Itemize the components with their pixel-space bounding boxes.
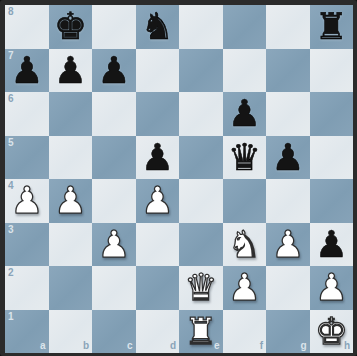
square-g7[interactable] xyxy=(266,49,310,93)
piece-black-pawn-g5[interactable]: ♟ xyxy=(266,136,310,180)
square-c4[interactable] xyxy=(92,179,136,223)
square-f6[interactable]: ♟ xyxy=(223,92,267,136)
square-g4[interactable] xyxy=(266,179,310,223)
piece-white-pawn-h2[interactable]: ♟ xyxy=(310,266,354,310)
piece-black-pawn-h3[interactable]: ♟ xyxy=(310,223,354,267)
square-e6[interactable] xyxy=(179,92,223,136)
piece-black-pawn-c7[interactable]: ♟ xyxy=(92,49,136,93)
square-d2[interactable] xyxy=(136,266,180,310)
rank-label-8: 8 xyxy=(8,7,14,17)
piece-white-pawn-f2[interactable]: ♟ xyxy=(223,266,267,310)
square-d6[interactable] xyxy=(136,92,180,136)
square-c5[interactable] xyxy=(92,136,136,180)
piece-black-pawn-b7[interactable]: ♟ xyxy=(49,49,93,93)
square-e4[interactable] xyxy=(179,179,223,223)
square-h2[interactable]: ♟ xyxy=(310,266,354,310)
square-a5[interactable]: 5 xyxy=(5,136,49,180)
rank-label-2: 2 xyxy=(8,268,14,278)
square-f3[interactable]: ♞ xyxy=(223,223,267,267)
square-c1[interactable]: c xyxy=(92,310,136,354)
square-f7[interactable] xyxy=(223,49,267,93)
piece-black-pawn-d5[interactable]: ♟ xyxy=(136,136,180,180)
square-a7[interactable]: 7♟ xyxy=(5,49,49,93)
file-label-g: g xyxy=(300,341,306,351)
square-c6[interactable] xyxy=(92,92,136,136)
square-g6[interactable] xyxy=(266,92,310,136)
piece-black-queen-f5[interactable]: ♛ xyxy=(223,136,267,180)
square-d3[interactable] xyxy=(136,223,180,267)
square-g8[interactable] xyxy=(266,5,310,49)
square-b7[interactable]: ♟ xyxy=(49,49,93,93)
piece-white-king-h1[interactable]: ♚ xyxy=(310,310,354,354)
piece-black-pawn-f6[interactable]: ♟ xyxy=(223,92,267,136)
square-d1[interactable]: d xyxy=(136,310,180,354)
square-e1[interactable]: e♜ xyxy=(179,310,223,354)
square-c8[interactable] xyxy=(92,5,136,49)
square-b5[interactable] xyxy=(49,136,93,180)
square-h6[interactable] xyxy=(310,92,354,136)
square-f1[interactable]: f xyxy=(223,310,267,354)
square-d8[interactable]: ♞ xyxy=(136,5,180,49)
piece-white-rook-e1[interactable]: ♜ xyxy=(179,310,223,354)
square-e3[interactable] xyxy=(179,223,223,267)
square-h3[interactable]: ♟ xyxy=(310,223,354,267)
square-a4[interactable]: 4♟ xyxy=(5,179,49,223)
square-e5[interactable] xyxy=(179,136,223,180)
square-c2[interactable] xyxy=(92,266,136,310)
piece-black-rook-h8[interactable]: ♜ xyxy=(310,5,354,49)
chess-board[interactable]: 8♚♞♜7♟♟♟6♟5♟♛♟4♟♟♟3♟♞♟♟2♛♟♟1abcde♜fgh♚ xyxy=(5,5,353,353)
square-b2[interactable] xyxy=(49,266,93,310)
rank-label-5: 5 xyxy=(8,138,14,148)
square-b1[interactable]: b xyxy=(49,310,93,354)
file-label-d: d xyxy=(170,341,176,351)
square-f4[interactable] xyxy=(223,179,267,223)
square-f2[interactable]: ♟ xyxy=(223,266,267,310)
square-c7[interactable]: ♟ xyxy=(92,49,136,93)
piece-black-pawn-a7[interactable]: ♟ xyxy=(5,49,49,93)
square-d7[interactable] xyxy=(136,49,180,93)
board-frame: 8♚♞♜7♟♟♟6♟5♟♛♟4♟♟♟3♟♞♟♟2♛♟♟1abcde♜fgh♚ xyxy=(0,0,357,356)
piece-white-pawn-g3[interactable]: ♟ xyxy=(266,223,310,267)
square-a6[interactable]: 6 xyxy=(5,92,49,136)
square-h4[interactable] xyxy=(310,179,354,223)
square-h8[interactable]: ♜ xyxy=(310,5,354,49)
piece-white-pawn-d4[interactable]: ♟ xyxy=(136,179,180,223)
square-b6[interactable] xyxy=(49,92,93,136)
square-e8[interactable] xyxy=(179,5,223,49)
square-g3[interactable]: ♟ xyxy=(266,223,310,267)
square-g1[interactable]: g xyxy=(266,310,310,354)
piece-white-pawn-c3[interactable]: ♟ xyxy=(92,223,136,267)
square-h7[interactable] xyxy=(310,49,354,93)
square-d4[interactable]: ♟ xyxy=(136,179,180,223)
piece-white-knight-f3[interactable]: ♞ xyxy=(223,223,267,267)
square-c3[interactable]: ♟ xyxy=(92,223,136,267)
square-d5[interactable]: ♟ xyxy=(136,136,180,180)
piece-white-queen-e2[interactable]: ♛ xyxy=(179,266,223,310)
piece-black-king-b8[interactable]: ♚ xyxy=(49,5,93,49)
square-e2[interactable]: ♛ xyxy=(179,266,223,310)
rank-label-3: 3 xyxy=(8,225,14,235)
square-b8[interactable]: ♚ xyxy=(49,5,93,49)
piece-black-knight-d8[interactable]: ♞ xyxy=(136,5,180,49)
piece-white-pawn-b4[interactable]: ♟ xyxy=(49,179,93,223)
file-label-f: f xyxy=(260,341,263,351)
square-g2[interactable] xyxy=(266,266,310,310)
square-f8[interactable] xyxy=(223,5,267,49)
square-h5[interactable] xyxy=(310,136,354,180)
square-b4[interactable]: ♟ xyxy=(49,179,93,223)
square-h1[interactable]: h♚ xyxy=(310,310,354,354)
square-g5[interactable]: ♟ xyxy=(266,136,310,180)
square-a8[interactable]: 8 xyxy=(5,5,49,49)
file-label-c: c xyxy=(127,341,133,351)
rank-label-1: 1 xyxy=(8,312,14,322)
square-e7[interactable] xyxy=(179,49,223,93)
square-f5[interactable]: ♛ xyxy=(223,136,267,180)
square-a1[interactable]: 1a xyxy=(5,310,49,354)
square-a3[interactable]: 3 xyxy=(5,223,49,267)
piece-white-pawn-a4[interactable]: ♟ xyxy=(5,179,49,223)
file-label-a: a xyxy=(40,341,46,351)
square-b3[interactable] xyxy=(49,223,93,267)
file-label-b: b xyxy=(83,341,89,351)
rank-label-6: 6 xyxy=(8,94,14,104)
square-a2[interactable]: 2 xyxy=(5,266,49,310)
